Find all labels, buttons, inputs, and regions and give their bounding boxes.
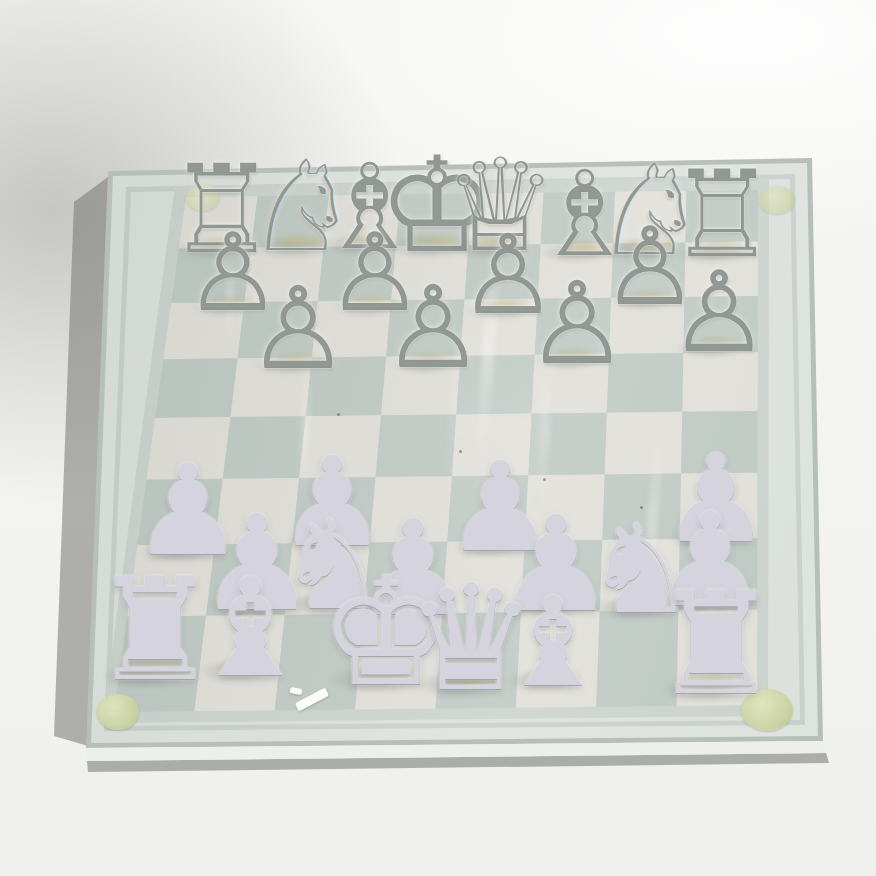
square-b2[interactable] bbox=[0, 0, 876, 876]
piece-base-amber-tint bbox=[684, 524, 747, 544]
cast-shadow-bottom bbox=[0, 0, 876, 876]
piece-base-amber-tint bbox=[339, 231, 400, 250]
piece-shadow bbox=[285, 593, 362, 615]
square-e3[interactable] bbox=[0, 0, 876, 876]
piece-clear-pawn-f6[interactable]: ♙ bbox=[526, 267, 628, 381]
piece-base-amber-tint bbox=[521, 666, 585, 686]
plate-bevel bbox=[0, 0, 876, 876]
square-g8[interactable] bbox=[0, 0, 876, 876]
square-c4[interactable] bbox=[0, 0, 876, 876]
piece-shadow bbox=[505, 670, 582, 692]
square-b3[interactable] bbox=[0, 0, 876, 876]
piece-base-amber-tint bbox=[522, 590, 591, 611]
square-h8[interactable] bbox=[0, 0, 876, 876]
square-g7[interactable] bbox=[0, 0, 876, 876]
square-h3[interactable] bbox=[0, 0, 876, 876]
square-a4[interactable] bbox=[0, 0, 876, 876]
square-c3[interactable] bbox=[0, 0, 876, 876]
piece-shadow bbox=[533, 350, 604, 371]
grid-rim-groove bbox=[0, 0, 876, 876]
square-c2[interactable] bbox=[0, 0, 876, 876]
dark-speck-1 bbox=[543, 478, 546, 481]
piece-shadow bbox=[139, 540, 217, 563]
piece-clear-rook-a8[interactable]: ♖ bbox=[167, 149, 276, 271]
square-f1[interactable] bbox=[0, 0, 876, 876]
square-f2[interactable] bbox=[0, 0, 876, 876]
piece-clear-knight-g8[interactable]: ♘ bbox=[594, 148, 707, 274]
square-c5[interactable] bbox=[0, 0, 876, 876]
piece-base-amber-tint bbox=[155, 536, 221, 556]
square-e5[interactable] bbox=[0, 0, 876, 876]
piece-shadow bbox=[324, 235, 397, 256]
piece-clear-pawn-e7[interactable]: ♙ bbox=[459, 220, 558, 330]
glass-foot-2 bbox=[759, 186, 795, 214]
piece-base-amber-tint bbox=[347, 294, 403, 311]
piece-frosted-rook-h1[interactable]: ♜ bbox=[652, 573, 779, 715]
square-a1[interactable] bbox=[0, 0, 876, 876]
reflection-streak-6 bbox=[701, 530, 722, 650]
square-b7[interactable] bbox=[0, 0, 876, 876]
square-d4[interactable] bbox=[0, 0, 876, 876]
piece-base-amber-tint bbox=[301, 589, 365, 609]
square-a2[interactable] bbox=[0, 0, 876, 876]
piece-base-amber-tint bbox=[554, 238, 615, 257]
piece-shadow bbox=[386, 235, 468, 259]
piece-frosted-knight-c2[interactable]: ♞ bbox=[277, 503, 388, 627]
square-h4[interactable] bbox=[0, 0, 876, 876]
piece-shadow bbox=[328, 666, 421, 693]
glass-reflections bbox=[0, 0, 876, 876]
square-f6[interactable] bbox=[0, 0, 876, 876]
square-b8[interactable] bbox=[0, 0, 876, 876]
piece-base-amber-tint bbox=[467, 232, 534, 252]
piece-base-amber-tint bbox=[215, 655, 286, 677]
square-d3[interactable] bbox=[0, 0, 876, 876]
square-c6[interactable] bbox=[0, 0, 876, 876]
square-d1[interactable] bbox=[0, 0, 876, 876]
square-e2[interactable] bbox=[0, 0, 876, 876]
square-h1[interactable] bbox=[0, 0, 876, 876]
piece-shadow bbox=[206, 593, 288, 617]
piece-shadow bbox=[505, 594, 587, 618]
dark-speck-2 bbox=[459, 450, 462, 453]
piece-shadow bbox=[675, 338, 744, 358]
square-b5[interactable] bbox=[0, 0, 876, 876]
glass-chess-set-photo: ♗♘♔♕♖♘♗♖♙♙♙♙♙♙♙♙♟♟♟♟♟♞♟♟♞♟♝♜♚♝♛♜ bbox=[0, 0, 876, 876]
piece-shadow bbox=[659, 590, 740, 613]
square-a3[interactable] bbox=[0, 0, 876, 876]
square-c7[interactable] bbox=[0, 0, 876, 876]
piece-frosted-pawn-h2[interactable]: ♟ bbox=[652, 495, 769, 625]
square-d8[interactable] bbox=[0, 0, 876, 876]
glass-foot-4 bbox=[741, 689, 793, 731]
piece-frosted-knight-g2[interactable]: ♞ bbox=[584, 507, 695, 631]
piece-shadow bbox=[389, 354, 460, 375]
piece-frosted-pawn-a3[interactable]: ♟ bbox=[132, 448, 245, 574]
square-c1[interactable] bbox=[0, 0, 876, 876]
piece-base-amber-tint bbox=[403, 350, 462, 368]
piece-base-amber-tint bbox=[205, 294, 261, 311]
square-a6[interactable] bbox=[0, 0, 876, 876]
square-g3[interactable] bbox=[0, 0, 876, 876]
piece-shadow bbox=[452, 535, 529, 557]
glass-foot-1 bbox=[186, 183, 220, 211]
piece-base-amber-tint bbox=[617, 236, 683, 256]
piece-base-amber-tint bbox=[347, 662, 425, 686]
glass-edge-thickness bbox=[0, 0, 876, 876]
piece-clear-pawn-a7[interactable]: ♙ bbox=[185, 219, 282, 327]
piece-base-amber-tint bbox=[190, 235, 253, 255]
square-h6[interactable] bbox=[0, 0, 876, 876]
reflection-streak-4 bbox=[298, 355, 312, 505]
reflection-streak-7 bbox=[225, 255, 235, 345]
reflection-streak-5 bbox=[638, 425, 666, 615]
engraved-border-line bbox=[0, 0, 876, 876]
square-h5[interactable] bbox=[0, 0, 876, 876]
board-lighting-overlay bbox=[0, 0, 876, 876]
surface-debris bbox=[0, 0, 876, 876]
reflection-streak-1 bbox=[439, 253, 551, 588]
piece-base-amber-tint bbox=[468, 531, 532, 551]
square-e6[interactable] bbox=[0, 0, 876, 876]
piece-shadow bbox=[191, 297, 258, 316]
piece-shadow bbox=[253, 236, 331, 259]
square-g1[interactable] bbox=[0, 0, 876, 876]
square-e8[interactable] bbox=[0, 0, 876, 876]
square-g6[interactable] bbox=[0, 0, 876, 876]
piece-frosted-pawn-d2[interactable]: ♟ bbox=[354, 502, 472, 634]
square-e7[interactable] bbox=[0, 0, 876, 876]
piece-shadow bbox=[174, 238, 250, 260]
white-debris-1 bbox=[295, 687, 329, 711]
square-h2[interactable] bbox=[0, 0, 876, 876]
piece-shadow bbox=[414, 671, 505, 697]
piece-base-amber-tint bbox=[223, 589, 292, 610]
piece-base-amber-tint bbox=[622, 288, 678, 305]
plate-inner-band bbox=[0, 0, 876, 876]
piece-clear-pawn-h6[interactable]: ♙ bbox=[669, 256, 769, 368]
square-f3[interactable] bbox=[0, 0, 876, 876]
square-a7[interactable] bbox=[0, 0, 876, 876]
piece-frosted-rook-a1[interactable]: ♜ bbox=[91, 559, 218, 701]
piece-base-amber-tint bbox=[269, 232, 335, 252]
piece-frosted-queen-e1[interactable]: ♛ bbox=[406, 565, 537, 711]
piece-shadow bbox=[675, 242, 749, 264]
square-d5[interactable] bbox=[0, 0, 876, 876]
square-g2[interactable] bbox=[0, 0, 876, 876]
piece-clear-rook-h8[interactable]: ♖ bbox=[668, 155, 776, 275]
square-f4[interactable] bbox=[0, 0, 876, 876]
piece-base-amber-tint bbox=[690, 335, 748, 353]
square-d2[interactable] bbox=[0, 0, 876, 876]
square-f8[interactable] bbox=[0, 0, 876, 876]
chess-pieces: ♗♘♔♕♖♘♗♖♙♙♙♙♙♙♙♙♟♟♟♟♟♞♟♟♞♟♝♜♚♝♛♜ bbox=[0, 0, 876, 876]
piece-base-amber-tint bbox=[608, 593, 672, 613]
piece-shadow bbox=[333, 297, 400, 316]
piece-base-amber-tint bbox=[547, 346, 606, 364]
dark-speck-4 bbox=[337, 413, 340, 416]
piece-shadow bbox=[608, 291, 675, 310]
piece-shadow bbox=[465, 300, 533, 320]
piece-base-amber-tint bbox=[679, 672, 753, 695]
white-debris-2 bbox=[290, 687, 303, 695]
piece-shadow bbox=[668, 527, 744, 549]
piece-clear-pawn-g7[interactable]: ♙ bbox=[602, 213, 699, 321]
square-e1[interactable] bbox=[0, 0, 876, 876]
board-corner-feet bbox=[0, 0, 876, 876]
piece-clear-pawn-d6[interactable]: ♙ bbox=[382, 271, 484, 385]
square-b4[interactable] bbox=[0, 0, 876, 876]
piece-clear-pawn-c7[interactable]: ♙ bbox=[327, 219, 424, 327]
piece-clear-knight-b8[interactable]: ♘ bbox=[246, 144, 359, 270]
piece-base-amber-tint bbox=[691, 239, 753, 258]
piece-frosted-pawn-h3[interactable]: ♟ bbox=[661, 438, 770, 560]
piece-base-amber-tint bbox=[433, 667, 509, 690]
piece-frosted-bishop-f1[interactable]: ♝ bbox=[497, 580, 608, 704]
square-g4[interactable] bbox=[0, 0, 876, 876]
glass-foot-3 bbox=[97, 694, 139, 730]
reflection-streak-2 bbox=[473, 235, 502, 465]
square-b1[interactable] bbox=[0, 0, 876, 876]
piece-shadow bbox=[100, 663, 188, 689]
cast-shadow-left bbox=[0, 0, 876, 876]
piece-shadow bbox=[450, 236, 529, 259]
piece-clear-bishop-f8[interactable]: ♗ bbox=[532, 155, 638, 273]
piece-frosted-pawn-b2[interactable]: ♟ bbox=[198, 497, 316, 629]
piece-base-amber-tint bbox=[479, 297, 536, 315]
chessboard-squares bbox=[0, 0, 876, 876]
piece-shadow bbox=[284, 530, 361, 552]
piece-frosted-king-d1[interactable]: ♚ bbox=[319, 557, 453, 707]
piece-base-amber-tint bbox=[268, 351, 327, 369]
square-h7[interactable] bbox=[0, 0, 876, 876]
square-e4[interactable] bbox=[0, 0, 876, 876]
piece-clear-queen-e8[interactable]: ♕ bbox=[443, 142, 558, 270]
lighting-tint bbox=[0, 0, 876, 876]
glass-board-plate bbox=[0, 0, 876, 876]
square-f7[interactable] bbox=[0, 0, 876, 876]
piece-clear-pawn-b6[interactable]: ♙ bbox=[247, 272, 349, 386]
square-b6[interactable] bbox=[0, 0, 876, 876]
piece-base-amber-tint bbox=[379, 594, 448, 615]
piece-shadow bbox=[661, 677, 749, 703]
square-f5[interactable] bbox=[0, 0, 876, 876]
piece-shadow bbox=[197, 659, 281, 683]
piece-clear-king-d8[interactable]: ♔ bbox=[378, 139, 496, 271]
piece-shadow bbox=[254, 355, 325, 376]
piece-frosted-pawn-f2[interactable]: ♟ bbox=[497, 498, 615, 630]
board-cast-shadow bbox=[0, 0, 876, 876]
square-d7[interactable] bbox=[0, 0, 876, 876]
piece-shadow bbox=[362, 598, 444, 622]
square-a5[interactable] bbox=[0, 0, 876, 876]
piece-base-amber-tint bbox=[676, 586, 744, 607]
piece-frosted-pawn-e3[interactable]: ♟ bbox=[444, 445, 555, 569]
piece-shadow bbox=[539, 242, 612, 263]
piece-base-amber-tint bbox=[118, 658, 192, 681]
piece-shadow bbox=[592, 597, 669, 619]
piece-base-amber-tint bbox=[403, 231, 472, 252]
piece-clear-bishop-c8[interactable]: ♗ bbox=[317, 148, 423, 266]
plate-surface bbox=[0, 0, 876, 876]
square-d6[interactable] bbox=[0, 0, 876, 876]
piece-base-amber-tint bbox=[300, 526, 364, 546]
square-g5[interactable] bbox=[0, 0, 876, 876]
reflection-streak-3 bbox=[536, 345, 555, 515]
square-a8[interactable] bbox=[0, 0, 876, 876]
piece-shadow bbox=[601, 240, 679, 263]
square-c8[interactable] bbox=[0, 0, 876, 876]
piece-frosted-bishop-b1[interactable]: ♝ bbox=[189, 560, 311, 696]
dark-speck-3 bbox=[640, 506, 643, 509]
piece-frosted-pawn-c3[interactable]: ♟ bbox=[276, 440, 387, 564]
